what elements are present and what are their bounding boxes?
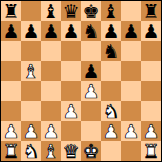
piece-black-pawn[interactable]: ♟ [2,21,19,41]
piece-white-knight[interactable]: ♞ [102,101,119,121]
piece-white-pawn[interactable]: ♟ [2,121,19,141]
square-c4[interactable] [41,81,61,101]
square-e7[interactable]: ♞ [81,21,101,41]
piece-black-pawn[interactable]: ♟ [42,21,59,41]
square-g4[interactable] [121,81,141,101]
square-h1[interactable]: ♜ [141,141,161,161]
square-h6[interactable] [141,41,161,61]
square-b2[interactable]: ♟ [21,121,41,141]
square-b3[interactable] [21,101,41,121]
piece-white-queen[interactable]: ♛ [62,141,79,161]
piece-white-rook[interactable]: ♜ [142,141,159,161]
square-d3[interactable]: ♟ [61,101,81,121]
square-b8[interactable] [21,1,41,21]
square-d8[interactable]: ♛ [61,1,81,21]
piece-white-bishop[interactable]: ♝ [22,61,39,81]
square-d1[interactable]: ♛ [61,141,81,161]
square-d7[interactable]: ♟ [61,21,81,41]
square-h3[interactable] [141,101,161,121]
piece-white-pawn[interactable]: ♟ [102,121,119,141]
square-c2[interactable]: ♟ [41,121,61,141]
square-a7[interactable]: ♟ [1,21,21,41]
square-c6[interactable] [41,41,61,61]
piece-black-pawn[interactable]: ♟ [82,61,99,81]
square-a4[interactable] [1,81,21,101]
piece-white-pawn[interactable]: ♟ [62,101,79,121]
square-g1[interactable] [121,141,141,161]
piece-black-knight[interactable]: ♞ [82,21,99,41]
piece-black-bishop[interactable]: ♝ [42,1,59,21]
square-d6[interactable] [61,41,81,61]
square-a3[interactable] [1,101,21,121]
square-b1[interactable]: ♞ [21,141,41,161]
piece-white-pawn[interactable]: ♟ [142,121,159,141]
square-g8[interactable] [121,1,141,21]
square-a1[interactable]: ♜ [1,141,21,161]
square-c5[interactable] [41,61,61,81]
piece-black-rook[interactable]: ♜ [142,1,159,21]
piece-white-bishop[interactable]: ♝ [42,141,59,161]
piece-black-pawn[interactable]: ♟ [102,21,119,41]
piece-black-pawn[interactable]: ♟ [22,21,39,41]
square-b7[interactable]: ♟ [21,21,41,41]
piece-black-pawn[interactable]: ♟ [142,21,159,41]
piece-white-pawn[interactable]: ♟ [82,81,99,101]
square-h5[interactable] [141,61,161,81]
square-e4[interactable]: ♟ [81,81,101,101]
piece-black-queen[interactable]: ♛ [62,1,79,21]
square-f1[interactable] [101,141,121,161]
square-f6[interactable]: ♞ [101,41,121,61]
square-a6[interactable] [1,41,21,61]
piece-white-pawn[interactable]: ♟ [122,121,139,141]
square-a2[interactable]: ♟ [1,121,21,141]
square-c7[interactable]: ♟ [41,21,61,41]
piece-black-bishop[interactable]: ♝ [102,1,119,21]
square-b4[interactable] [21,81,41,101]
piece-white-king[interactable]: ♚ [82,141,99,161]
piece-black-rook[interactable]: ♜ [2,1,19,21]
piece-white-knight[interactable]: ♞ [22,141,39,161]
square-g6[interactable] [121,41,141,61]
piece-black-pawn[interactable]: ♟ [122,21,139,41]
piece-white-pawn[interactable]: ♟ [22,121,39,141]
square-e1[interactable]: ♚ [81,141,101,161]
square-h7[interactable]: ♟ [141,21,161,41]
square-d4[interactable] [61,81,81,101]
square-c8[interactable]: ♝ [41,1,61,21]
piece-white-pawn[interactable]: ♟ [42,121,59,141]
square-g2[interactable]: ♟ [121,121,141,141]
square-e8[interactable]: ♚ [81,1,101,21]
piece-black-pawn[interactable]: ♟ [62,21,79,41]
square-d5[interactable] [61,61,81,81]
square-f8[interactable]: ♝ [101,1,121,21]
square-b5[interactable]: ♝ [21,61,41,81]
square-b6[interactable] [21,41,41,61]
square-g3[interactable] [121,101,141,121]
piece-black-king[interactable]: ♚ [82,1,99,21]
square-a8[interactable]: ♜ [1,1,21,21]
square-f3[interactable]: ♞ [101,101,121,121]
square-g7[interactable]: ♟ [121,21,141,41]
square-g5[interactable] [121,61,141,81]
square-f2[interactable]: ♟ [101,121,121,141]
chess-board: ♜♝♛♚♝♜♟♟♟♟♞♟♟♟♞♝♟♟♟♞♟♟♟♟♟♟♜♞♝♛♚♜ [0,0,162,162]
square-h2[interactable]: ♟ [141,121,161,141]
square-f5[interactable] [101,61,121,81]
piece-white-rook[interactable]: ♜ [2,141,19,161]
square-d2[interactable] [61,121,81,141]
piece-black-knight[interactable]: ♞ [102,41,119,61]
square-h8[interactable]: ♜ [141,1,161,21]
square-c1[interactable]: ♝ [41,141,61,161]
square-c3[interactable] [41,101,61,121]
square-a5[interactable] [1,61,21,81]
square-e2[interactable] [81,121,101,141]
square-e5[interactable]: ♟ [81,61,101,81]
square-f7[interactable]: ♟ [101,21,121,41]
square-f4[interactable] [101,81,121,101]
square-e6[interactable] [81,41,101,61]
square-e3[interactable] [81,101,101,121]
square-h4[interactable] [141,81,161,101]
